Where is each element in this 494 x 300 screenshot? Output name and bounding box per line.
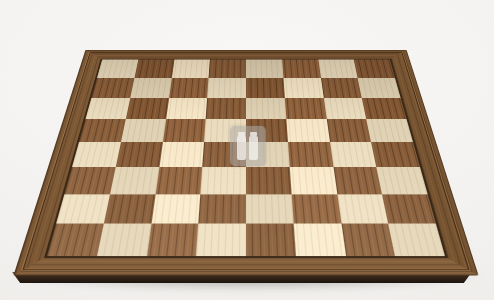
photo-watermark xyxy=(230,126,266,166)
square-c4[interactable] xyxy=(159,142,204,167)
square-f3[interactable] xyxy=(290,167,337,194)
square-a1[interactable] xyxy=(47,224,104,256)
square-b8[interactable] xyxy=(134,59,174,77)
square-f1[interactable] xyxy=(293,224,345,256)
square-c3[interactable] xyxy=(155,167,202,194)
square-b3[interactable] xyxy=(110,167,159,194)
square-d6[interactable] xyxy=(206,98,246,119)
square-f2[interactable] xyxy=(291,194,341,224)
watermark-piece-right-icon xyxy=(249,136,258,160)
square-c2[interactable] xyxy=(151,194,201,224)
square-g8[interactable] xyxy=(318,59,358,77)
square-e8[interactable] xyxy=(246,59,283,77)
square-a4[interactable] xyxy=(72,142,121,167)
watermark-piece-left-icon xyxy=(237,136,246,160)
watermark-badge xyxy=(230,126,266,166)
square-a2[interactable] xyxy=(56,194,110,224)
square-b7[interactable] xyxy=(130,78,171,98)
frame-strip-bottom xyxy=(15,258,477,275)
square-a6[interactable] xyxy=(85,98,130,119)
square-a3[interactable] xyxy=(64,167,115,194)
product-photo-scene xyxy=(0,0,494,300)
square-e2[interactable] xyxy=(246,194,293,224)
square-f8[interactable] xyxy=(282,59,321,77)
square-g5[interactable] xyxy=(326,119,371,142)
square-c5[interactable] xyxy=(163,119,206,142)
square-c6[interactable] xyxy=(166,98,208,119)
square-e1[interactable] xyxy=(246,224,296,256)
square-d7[interactable] xyxy=(207,78,246,98)
square-h8[interactable] xyxy=(354,59,395,77)
square-g3[interactable] xyxy=(333,167,382,194)
square-h2[interactable] xyxy=(382,194,436,224)
square-b2[interactable] xyxy=(104,194,156,224)
square-c8[interactable] xyxy=(171,59,210,77)
square-f5[interactable] xyxy=(286,119,329,142)
square-e6[interactable] xyxy=(246,98,286,119)
square-c1[interactable] xyxy=(146,224,198,256)
square-h1[interactable] xyxy=(388,224,445,256)
square-g4[interactable] xyxy=(330,142,377,167)
square-a5[interactable] xyxy=(79,119,126,142)
square-h7[interactable] xyxy=(358,78,401,98)
square-g7[interactable] xyxy=(321,78,362,98)
square-e3[interactable] xyxy=(246,167,291,194)
frame-strip-top xyxy=(83,50,408,58)
square-b1[interactable] xyxy=(97,224,151,256)
square-a7[interactable] xyxy=(91,78,134,98)
square-h5[interactable] xyxy=(366,119,413,142)
square-d3[interactable] xyxy=(201,167,246,194)
square-b5[interactable] xyxy=(121,119,166,142)
square-a8[interactable] xyxy=(97,59,138,77)
square-h6[interactable] xyxy=(362,98,407,119)
square-f6[interactable] xyxy=(285,98,327,119)
square-g6[interactable] xyxy=(323,98,366,119)
square-f7[interactable] xyxy=(283,78,323,98)
square-c7[interactable] xyxy=(169,78,209,98)
square-d1[interactable] xyxy=(196,224,246,256)
square-h4[interactable] xyxy=(371,142,420,167)
square-h3[interactable] xyxy=(377,167,428,194)
square-b4[interactable] xyxy=(115,142,162,167)
square-d2[interactable] xyxy=(199,194,246,224)
square-g1[interactable] xyxy=(341,224,395,256)
square-g2[interactable] xyxy=(337,194,389,224)
square-e7[interactable] xyxy=(246,78,285,98)
square-f4[interactable] xyxy=(288,142,333,167)
square-b6[interactable] xyxy=(126,98,169,119)
square-d8[interactable] xyxy=(209,59,246,77)
